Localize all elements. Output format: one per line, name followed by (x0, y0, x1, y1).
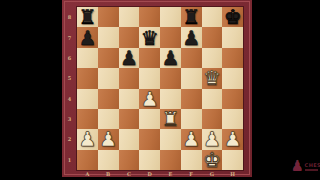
square-e1[interactable] (160, 150, 181, 170)
square-d8[interactable] (139, 7, 160, 27)
rank-labels: 87654321 (62, 7, 77, 170)
chessboard: ♜♜♚♟♛♟♟♟♛♟♜♟♟♟♟♟♚ (77, 7, 243, 170)
square-g7[interactable] (202, 27, 223, 47)
square-b6[interactable] (98, 48, 119, 68)
black-rook-f8[interactable]: ♜ (182, 7, 200, 27)
square-c3[interactable] (119, 109, 140, 129)
square-b8[interactable] (98, 7, 119, 27)
square-d2[interactable] (139, 129, 160, 149)
file-label-b: B (98, 170, 119, 177)
square-g5[interactable]: ♛ (202, 68, 223, 88)
square-a6[interactable] (77, 48, 98, 68)
square-g4[interactable] (202, 89, 223, 109)
square-h8[interactable]: ♚ (222, 7, 243, 27)
black-pawn-e6[interactable]: ♟ (161, 48, 179, 68)
file-label-f: F (181, 170, 202, 177)
rank-label-7: 7 (62, 27, 77, 47)
square-f7[interactable]: ♟ (181, 27, 202, 47)
square-b3[interactable] (98, 109, 119, 129)
square-d1[interactable] (139, 150, 160, 170)
square-d3[interactable] (139, 109, 160, 129)
file-label-e: E (160, 170, 181, 177)
chess-piece-icon: ♟ (291, 159, 304, 173)
square-c2[interactable] (119, 129, 140, 149)
black-pawn-c6[interactable]: ♟ (120, 48, 138, 68)
white-pawn-a2[interactable]: ♟ (78, 129, 96, 149)
black-rook-a8[interactable]: ♜ (78, 7, 96, 27)
square-e5[interactable] (160, 68, 181, 88)
file-label-a: A (77, 170, 98, 177)
square-b2[interactable]: ♟ (98, 129, 119, 149)
square-h4[interactable] (222, 89, 243, 109)
square-c5[interactable] (119, 68, 140, 88)
file-label-h: H (222, 170, 243, 177)
white-pawn-f2[interactable]: ♟ (182, 129, 200, 149)
white-pawn-h2[interactable]: ♟ (224, 129, 242, 149)
white-queen-g5[interactable]: ♛ (203, 68, 221, 88)
square-d4[interactable]: ♟ (139, 89, 160, 109)
rank-label-3: 3 (62, 109, 77, 129)
square-g8[interactable] (202, 7, 223, 27)
square-f4[interactable] (181, 89, 202, 109)
square-a2[interactable]: ♟ (77, 129, 98, 149)
square-c1[interactable] (119, 150, 140, 170)
square-c7[interactable] (119, 27, 140, 47)
board-frame: 87654321 ABCDEFGH ♜♜♚♟♛♟♟♟♛♟♜♟♟♟♟♟♚ (62, 0, 252, 177)
black-pawn-f7[interactable]: ♟ (182, 28, 200, 48)
square-g2[interactable]: ♟ (202, 129, 223, 149)
square-f8[interactable]: ♜ (181, 7, 202, 27)
square-g6[interactable] (202, 48, 223, 68)
square-a7[interactable]: ♟ (77, 27, 98, 47)
square-d5[interactable] (139, 68, 160, 88)
square-f2[interactable]: ♟ (181, 129, 202, 149)
square-a4[interactable] (77, 89, 98, 109)
file-label-c: C (119, 170, 140, 177)
square-c8[interactable] (119, 7, 140, 27)
channel-watermark: ♟ CHESS (291, 153, 317, 173)
file-label-d: D (139, 170, 160, 177)
square-b4[interactable] (98, 89, 119, 109)
square-h1[interactable] (222, 150, 243, 170)
square-g1[interactable]: ♚ (202, 150, 223, 170)
white-pawn-d4[interactable]: ♟ (141, 89, 159, 109)
rank-label-5: 5 (62, 68, 77, 88)
square-c6[interactable]: ♟ (119, 48, 140, 68)
square-e7[interactable] (160, 27, 181, 47)
watermark-text: CHESS (305, 163, 320, 168)
square-h7[interactable] (222, 27, 243, 47)
square-f6[interactable] (181, 48, 202, 68)
square-a1[interactable] (77, 150, 98, 170)
rank-label-2: 2 (62, 129, 77, 149)
square-b7[interactable] (98, 27, 119, 47)
white-pawn-b2[interactable]: ♟ (99, 129, 117, 149)
square-h3[interactable] (222, 109, 243, 129)
square-a8[interactable]: ♜ (77, 7, 98, 27)
square-d7[interactable]: ♛ (139, 27, 160, 47)
square-e8[interactable] (160, 7, 181, 27)
watermark-subline (305, 169, 318, 171)
square-h2[interactable]: ♟ (222, 129, 243, 149)
rank-label-8: 8 (62, 7, 77, 27)
square-g3[interactable] (202, 109, 223, 129)
square-b5[interactable] (98, 68, 119, 88)
square-f5[interactable] (181, 68, 202, 88)
rank-label-6: 6 (62, 48, 77, 68)
square-c4[interactable] (119, 89, 140, 109)
square-b1[interactable] (98, 150, 119, 170)
rank-label-1: 1 (62, 150, 77, 170)
square-e2[interactable] (160, 129, 181, 149)
rank-label-4: 4 (62, 89, 77, 109)
square-d6[interactable] (139, 48, 160, 68)
square-f1[interactable] (181, 150, 202, 170)
white-king-g1[interactable]: ♚ (203, 150, 221, 170)
white-rook-e3[interactable]: ♜ (161, 109, 179, 129)
square-e6[interactable]: ♟ (160, 48, 181, 68)
square-e4[interactable] (160, 89, 181, 109)
square-a5[interactable] (77, 68, 98, 88)
black-king-h8[interactable]: ♚ (224, 7, 242, 27)
square-e3[interactable]: ♜ (160, 109, 181, 129)
black-pawn-a7[interactable]: ♟ (78, 28, 96, 48)
square-a3[interactable] (77, 109, 98, 129)
square-f3[interactable] (181, 109, 202, 129)
white-pawn-g2[interactable]: ♟ (203, 129, 221, 149)
black-queen-d7[interactable]: ♛ (141, 28, 159, 48)
square-h5[interactable] (222, 68, 243, 88)
square-h6[interactable] (222, 48, 243, 68)
